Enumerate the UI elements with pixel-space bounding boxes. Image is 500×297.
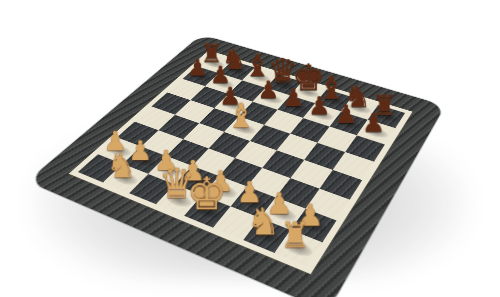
black-pawn-d7[interactable]: ♟ bbox=[254, 78, 282, 102]
black-pawn-h7[interactable]: ♟ bbox=[359, 110, 389, 136]
square-d5[interactable]: ♝ bbox=[224, 116, 264, 141]
square-h7[interactable]: ♟ bbox=[357, 120, 396, 145]
white-knight-g1[interactable]: ♞ bbox=[246, 203, 281, 241]
black-pawn-g7[interactable]: ♟ bbox=[331, 102, 360, 127]
white-knight-b1[interactable]: ♞ bbox=[105, 148, 137, 182]
square-e1[interactable]: ♚ bbox=[184, 195, 230, 227]
black-pawn-e7[interactable]: ♟ bbox=[279, 85, 307, 110]
square-f5[interactable] bbox=[277, 134, 318, 160]
white-bishop-d5[interactable]: ♝ bbox=[226, 99, 256, 132]
black-pawn-f7[interactable]: ♟ bbox=[305, 93, 334, 118]
white-rook-h1[interactable]: ♜ bbox=[277, 219, 313, 254]
product-photo-stage: Perspective photo of a wooden Staunton c… bbox=[0, 0, 500, 297]
white-king-e1[interactable]: ♚ bbox=[186, 171, 220, 216]
